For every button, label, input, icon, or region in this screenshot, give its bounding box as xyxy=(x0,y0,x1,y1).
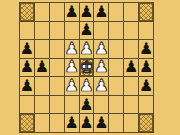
board-cell[interactable]: ♟ xyxy=(20,59,35,78)
black-pawn-piece: ♟ xyxy=(65,3,79,19)
white-pawn-piece: ♟ xyxy=(65,59,79,75)
board-cell[interactable]: ♟ xyxy=(80,114,95,133)
board-cell[interactable] xyxy=(109,3,124,22)
board-cell[interactable] xyxy=(109,59,124,78)
black-pawn-piece: ♟ xyxy=(80,96,94,112)
board-cell[interactable] xyxy=(124,40,139,59)
board-cell[interactable]: ♟ xyxy=(65,3,80,22)
board-cell[interactable] xyxy=(35,3,50,22)
board-cell[interactable] xyxy=(139,96,154,115)
black-pawn-piece: ♟ xyxy=(139,40,153,56)
board-cell[interactable]: ♟ xyxy=(94,40,109,59)
corner-square[interactable] xyxy=(139,114,154,133)
white-pawn-piece: ♟ xyxy=(94,78,108,94)
board-cell[interactable]: ♟ xyxy=(94,77,109,96)
board-cell[interactable]: ♟ xyxy=(65,77,80,96)
game-background: ♟♟♟♟♟♟♟♟♟♟♟♟♚♟♟♟♟♟♟♟♟♟♟♟♟ xyxy=(0,0,180,135)
board-cell[interactable] xyxy=(50,96,65,115)
white-pawn-piece: ♟ xyxy=(80,78,94,94)
board-cell[interactable]: ♟ xyxy=(94,59,109,78)
board-cell[interactable]: ♟ xyxy=(139,40,154,59)
board-cell[interactable] xyxy=(94,22,109,41)
black-pawn-piece: ♟ xyxy=(80,115,94,131)
board-cell[interactable]: ♟ xyxy=(94,114,109,133)
corner-square[interactable] xyxy=(20,114,35,133)
board-cell[interactable]: ♟ xyxy=(65,59,80,78)
board-cell[interactable] xyxy=(35,77,50,96)
white-pawn-piece: ♟ xyxy=(80,40,94,56)
black-pawn-piece: ♟ xyxy=(20,40,34,56)
corner-square[interactable] xyxy=(20,3,35,22)
corner-square[interactable] xyxy=(139,3,154,22)
board-cell[interactable] xyxy=(124,22,139,41)
white-pawn-piece: ♟ xyxy=(94,59,108,75)
board-cell[interactable]: ♟ xyxy=(65,114,80,133)
black-pawn-piece: ♟ xyxy=(80,3,94,19)
black-pawn-piece: ♟ xyxy=(94,3,108,19)
black-pawn-piece: ♟ xyxy=(94,115,108,131)
board-cell[interactable] xyxy=(65,22,80,41)
board-cell[interactable]: ♟ xyxy=(139,77,154,96)
board-cell[interactable]: ♟ xyxy=(80,96,95,115)
black-pawn-piece: ♟ xyxy=(20,59,34,75)
board-cell[interactable] xyxy=(35,40,50,59)
black-pawn-piece: ♟ xyxy=(80,22,94,38)
board-cell[interactable] xyxy=(65,96,80,115)
board-cell[interactable] xyxy=(20,22,35,41)
board-cell[interactable] xyxy=(109,114,124,133)
board-cell[interactable] xyxy=(124,3,139,22)
board-cell[interactable] xyxy=(50,77,65,96)
board-cell[interactable]: ♟ xyxy=(80,77,95,96)
board-cell[interactable] xyxy=(124,96,139,115)
black-pawn-piece: ♟ xyxy=(139,59,153,75)
white-pawn-piece: ♟ xyxy=(65,78,79,94)
board-cell[interactable]: ♟ xyxy=(35,59,50,78)
board-cell[interactable] xyxy=(50,114,65,133)
board-cell[interactable] xyxy=(50,3,65,22)
board-cell[interactable] xyxy=(109,77,124,96)
black-pawn-piece: ♟ xyxy=(65,115,79,131)
black-pawn-piece: ♟ xyxy=(124,59,138,75)
board-cell[interactable] xyxy=(139,22,154,41)
board-cell[interactable]: ♟ xyxy=(80,3,95,22)
board-cell[interactable] xyxy=(109,96,124,115)
board-cell[interactable] xyxy=(35,114,50,133)
board-cell[interactable] xyxy=(35,22,50,41)
board-cell[interactable] xyxy=(109,22,124,41)
white-pawn-piece: ♟ xyxy=(65,40,79,56)
board-cell[interactable] xyxy=(35,96,50,115)
board-cell[interactable]: ♟ xyxy=(20,40,35,59)
board-cell[interactable] xyxy=(50,59,65,78)
white-king-piece: ♚ xyxy=(80,59,95,76)
black-pawn-piece: ♟ xyxy=(139,78,153,94)
white-pawn-piece: ♟ xyxy=(94,40,108,56)
board-cell[interactable]: ♟ xyxy=(80,22,95,41)
board-cell[interactable]: ♟ xyxy=(80,40,95,59)
board-cell[interactable]: ♟ xyxy=(20,77,35,96)
board-cell[interactable]: ♟ xyxy=(124,59,139,78)
board-cell[interactable] xyxy=(109,40,124,59)
tafl-board: ♟♟♟♟♟♟♟♟♟♟♟♟♚♟♟♟♟♟♟♟♟♟♟♟♟ xyxy=(19,2,154,133)
black-pawn-piece: ♟ xyxy=(35,59,49,75)
board-cell[interactable] xyxy=(20,96,35,115)
board-cell[interactable] xyxy=(50,22,65,41)
board-cell[interactable] xyxy=(124,77,139,96)
board-cell[interactable] xyxy=(124,114,139,133)
board-cell[interactable]: ♟ xyxy=(94,3,109,22)
board-cell[interactable] xyxy=(50,40,65,59)
board-cell[interactable]: ♟ xyxy=(65,40,80,59)
throne-square[interactable]: ♚ xyxy=(80,59,95,78)
board-cell[interactable]: ♟ xyxy=(139,59,154,78)
board-cell[interactable] xyxy=(94,96,109,115)
black-pawn-piece: ♟ xyxy=(20,78,34,94)
